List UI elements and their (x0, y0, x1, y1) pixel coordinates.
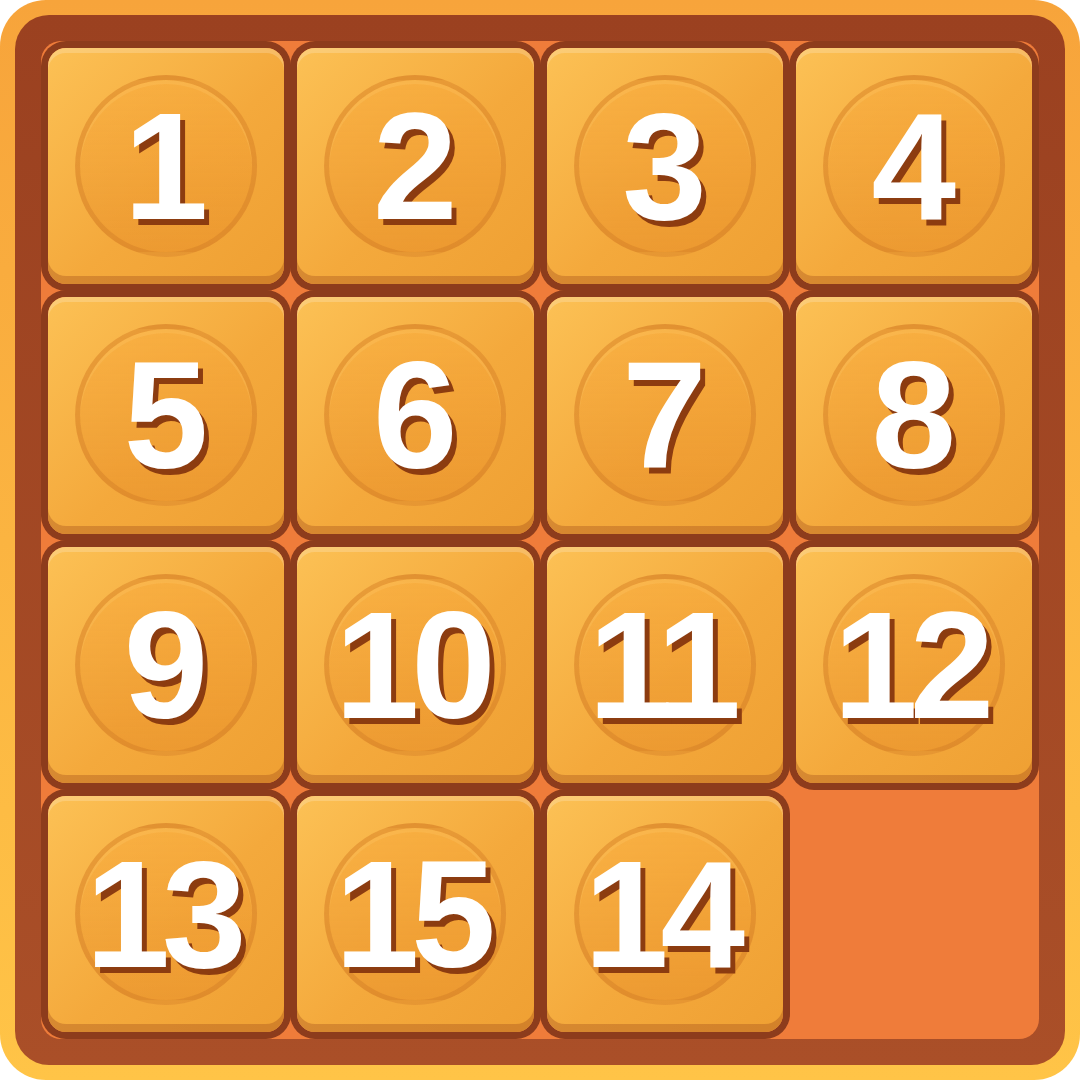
tile-number: 10 (335, 589, 488, 741)
board-rim: 123456789101112131514 (0, 0, 1080, 1080)
tile-2[interactable]: 2 (297, 48, 533, 284)
tile-11[interactable]: 11 (547, 547, 783, 783)
tile-9[interactable]: 9 (48, 547, 284, 783)
tile-7[interactable]: 7 (547, 297, 783, 533)
tile-number: 3 (622, 90, 707, 242)
tile-number: 2 (373, 90, 458, 242)
tile-13[interactable]: 13 (48, 796, 284, 1032)
tile-number: 12 (833, 589, 986, 741)
tile-number: 8 (872, 339, 957, 491)
tile-number: 7 (622, 339, 707, 491)
tile-number: 5 (124, 339, 209, 491)
tile-number: 13 (86, 838, 239, 990)
tile-10[interactable]: 10 (297, 547, 533, 783)
board-frame: 123456789101112131514 (15, 15, 1065, 1065)
tile-4[interactable]: 4 (796, 48, 1032, 284)
puzzle-screenshot: 123456789101112131514 (0, 0, 1080, 1080)
tile-number: 4 (872, 90, 957, 242)
tile-5[interactable]: 5 (48, 297, 284, 533)
empty-cell (796, 796, 1032, 1032)
tile-15[interactable]: 15 (297, 796, 533, 1032)
tile-14[interactable]: 14 (547, 796, 783, 1032)
tile-number: 14 (584, 838, 737, 990)
tile-6[interactable]: 6 (297, 297, 533, 533)
tile-8[interactable]: 8 (796, 297, 1032, 533)
board-grid: 123456789101112131514 (41, 41, 1039, 1039)
tile-number: 9 (124, 589, 209, 741)
tile-12[interactable]: 12 (796, 547, 1032, 783)
tile-3[interactable]: 3 (547, 48, 783, 284)
tile-number: 1 (124, 90, 209, 242)
tile-number: 11 (588, 589, 733, 741)
tile-number: 15 (335, 838, 488, 990)
tile-1[interactable]: 1 (48, 48, 284, 284)
tile-number: 6 (373, 339, 458, 491)
